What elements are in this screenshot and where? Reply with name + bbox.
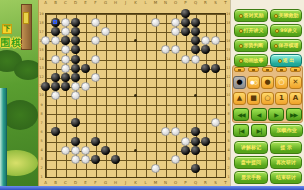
white-stone [91, 73, 100, 82]
coord-letter-bottom: B [52, 180, 59, 185]
mark-tool-button[interactable]: A [289, 92, 302, 105]
coord-number: 12 [39, 75, 44, 79]
black-stone [71, 64, 80, 73]
coord-letter-bottom: J [122, 180, 129, 185]
coord-letter-top: S [212, 0, 219, 5]
nav-button[interactable]: ▶▶ [286, 108, 302, 121]
coord-number: 4 [39, 148, 44, 152]
coord-letter-bottom: H [112, 180, 119, 185]
action-button[interactable]: 显示手数 [234, 171, 268, 184]
black-stone [61, 82, 70, 91]
button-icon [275, 29, 279, 33]
coord-number: 2 [39, 166, 44, 170]
coord-letter-bottom: L [142, 180, 149, 185]
button-label: 答对奖励 [244, 12, 264, 18]
coord-letter-top: G [102, 0, 109, 5]
add-black-icon: ● [264, 78, 270, 86]
menu-button[interactable]: 99讲义 [270, 24, 302, 37]
star-point [194, 94, 197, 97]
white-stone [71, 155, 80, 164]
white-stone [81, 155, 90, 164]
nav-button[interactable]: ▶ [268, 108, 284, 121]
white-stone [81, 146, 90, 155]
coord-letter-bottom: A [42, 180, 49, 185]
tool-tab[interactable] [262, 67, 273, 72]
nav-button[interactable]: ▶| [251, 124, 267, 137]
action-button[interactable]: 讲解标记 [234, 141, 268, 154]
white-stone [181, 137, 190, 146]
coord-letter-bottom: R [202, 180, 209, 185]
black-stone [191, 146, 200, 155]
black-stone [111, 155, 120, 164]
coord-letter-top: D [72, 0, 79, 5]
alternate-stones-button[interactable]: ●○ [247, 76, 260, 89]
menu-button[interactable]: 打开讲义 [234, 24, 268, 37]
white-stone [61, 55, 70, 64]
erase-stone-icon: ✕ [293, 78, 299, 86]
window-scrollbar[interactable] [0, 88, 7, 186]
menu-button[interactable]: 退 出 [270, 54, 302, 67]
coord-letter-bottom: Q [192, 180, 199, 185]
black-stone [181, 146, 190, 155]
coord-letter-top: H [112, 0, 119, 5]
black-stone [201, 137, 210, 146]
alternate-stones-icon: ●○ [250, 79, 257, 85]
add-white-icon: ○ [278, 78, 284, 86]
nav-button[interactable]: |◀ [233, 124, 249, 137]
app-logo-text: 围棋 [0, 36, 38, 50]
black-stone [71, 55, 80, 64]
coord-number: 7 [39, 121, 44, 125]
menu-button[interactable]: 形势判断 [234, 39, 268, 52]
white-stone [61, 64, 70, 73]
white-stone [71, 146, 80, 155]
coord-number: 8 [39, 112, 44, 116]
black-stone [51, 82, 60, 91]
left-artwork: 下 围棋 [0, 0, 38, 186]
coord-letter-top: M [152, 0, 159, 5]
menu-button[interactable]: 保存棋谱 [270, 39, 302, 52]
coord-number: 5 [39, 139, 44, 143]
black-stone [201, 64, 210, 73]
coord-letter-top: P [182, 0, 189, 5]
white-stone [151, 164, 160, 173]
coord-letter-top: A [42, 0, 49, 5]
coord-number: 1 [39, 175, 44, 179]
black-stone [211, 64, 220, 73]
add-black-button[interactable]: ● [261, 76, 274, 89]
button-label: 形势判断 [244, 42, 264, 48]
coord-letter-top: O [172, 0, 179, 5]
logo-badge: 下 [2, 24, 12, 34]
add-white-button[interactable]: ○ [275, 76, 288, 89]
coord-letter-top: E [82, 0, 89, 5]
black-stone [191, 137, 200, 146]
black-stone [191, 164, 200, 173]
coord-letter-top: R [202, 0, 209, 5]
control-panel: 答对奖励美猴救助打开讲义99讲义形势判断保存棋谱动画故事退 出●●○●○✕▲■○… [230, 0, 304, 186]
coord-letter-bottom: P [182, 180, 189, 185]
nav-button[interactable]: ◀◀ [233, 108, 249, 121]
nav-button[interactable]: ◀ [251, 108, 267, 121]
coord-number: 14 [39, 57, 44, 61]
coord-letter-bottom: F [92, 180, 99, 185]
coord-letter-bottom: C [62, 180, 69, 185]
star-point [134, 94, 137, 97]
black-stone [71, 73, 80, 82]
black-stone [91, 155, 100, 164]
menu-button[interactable]: 美猴救助 [270, 9, 302, 22]
mark-tool-button[interactable]: ▲ [233, 92, 246, 105]
white-stone [51, 91, 60, 100]
coord-letter-top: J [122, 0, 129, 5]
white-stone [71, 82, 80, 91]
mark-tool-button[interactable]: ○ [261, 92, 274, 105]
action-button[interactable]: 提 示 [270, 141, 302, 154]
button-label: 保存棋谱 [279, 42, 299, 48]
coord-letter-top: K [132, 0, 139, 5]
black-stone [101, 146, 110, 155]
coord-number: 10 [39, 93, 44, 97]
black-stone [71, 137, 80, 146]
white-stone [61, 146, 70, 155]
action-button[interactable]: 盘中提问 [234, 156, 268, 169]
black-stone [181, 9, 190, 18]
action-button[interactable]: 再次研讨 [270, 156, 302, 169]
coord-letter-bottom: S [212, 180, 219, 185]
black-stone [51, 73, 60, 82]
white-stone [171, 155, 180, 164]
button-label: 美猴救助 [279, 12, 299, 18]
tool-tab[interactable] [234, 67, 245, 72]
play-black-icon: ● [236, 78, 242, 86]
button-icon [239, 44, 243, 48]
button-label: 打开讲义 [244, 27, 264, 33]
button-icon [239, 14, 243, 18]
coord-letter-bottom: D [72, 180, 79, 185]
white-stone [191, 55, 200, 64]
action-button[interactable]: 结束研讨 [270, 171, 302, 184]
black-stone [81, 64, 90, 73]
white-stone [81, 82, 90, 91]
load-homework-button[interactable]: 加载作业 [270, 124, 303, 137]
menu-button[interactable]: 答对奖励 [234, 9, 268, 22]
white-stone [181, 55, 190, 64]
app-window: 下 围棋 AABBCCDDEEFFGGHHJJKKLLMMNNOOPPQQRRS… [0, 0, 304, 190]
tool-tab[interactable] [290, 67, 301, 72]
coord-letter-top: C [62, 0, 69, 5]
star-point [134, 149, 137, 152]
coord-number: 3 [39, 157, 44, 161]
white-stone [91, 55, 100, 64]
last-move-marker [53, 20, 57, 24]
white-stone [51, 55, 60, 64]
coord-letter-top: N [162, 0, 169, 5]
button-icon [239, 59, 243, 63]
mark-tool-button[interactable]: 1 [275, 92, 288, 105]
coord-number: 9 [39, 103, 44, 107]
bush [2, 100, 38, 130]
coord-letter-bottom: K [132, 180, 139, 185]
coord-letter-bottom: T [222, 180, 229, 185]
erase-stone-button[interactable]: ✕ [289, 76, 302, 89]
button-label: 99讲义 [280, 27, 297, 33]
button-icon [239, 29, 243, 33]
coord-letter-bottom: E [82, 180, 89, 185]
coord-letter-top: Q [192, 0, 199, 5]
coord-letter-bottom: M [152, 180, 159, 185]
tool-tab[interactable] [248, 67, 259, 72]
coord-letter-bottom: O [172, 180, 179, 185]
bush [14, 60, 38, 80]
black-stone [91, 137, 100, 146]
button-icon [274, 44, 278, 48]
button-icon [278, 59, 282, 63]
tool-tab[interactable] [276, 67, 287, 72]
coord-letter-top: L [142, 0, 149, 5]
white-stone [71, 91, 80, 100]
button-label: 退 出 [283, 57, 295, 63]
coord-number: 15 [39, 48, 44, 52]
mark-tool-button[interactable]: ■ [247, 92, 260, 105]
coord-number: 13 [39, 66, 44, 70]
coord-letter-top: F [92, 0, 99, 5]
coord-number: 18 [39, 21, 44, 25]
black-stone [41, 82, 50, 91]
taskbar [0, 186, 304, 190]
coord-letter-top: B [52, 0, 59, 5]
go-board[interactable]: AABBCCDDEEFFGGHHJJKKLLMMNNOOPPQQRRSSTT19… [38, 0, 230, 186]
coord-number: 17 [39, 30, 44, 34]
button-label: 动画故事 [244, 57, 264, 63]
play-black-button[interactable]: ● [233, 76, 246, 89]
coord-number: 6 [39, 130, 44, 134]
button-icon [274, 14, 278, 18]
tower-banner [23, 12, 29, 24]
menu-button[interactable]: 动画故事 [234, 54, 268, 67]
black-stone [61, 73, 70, 82]
coord-letter-bottom: N [162, 180, 169, 185]
coord-letter-top: T [222, 0, 229, 5]
coord-number: 19 [39, 12, 44, 16]
coord-letter-bottom: G [102, 180, 109, 185]
